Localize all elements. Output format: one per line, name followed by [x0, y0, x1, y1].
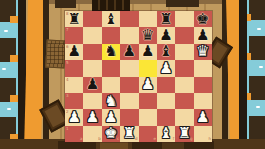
file-label-e: e	[153, 137, 155, 141]
square-c8[interactable]: ♝	[102, 11, 120, 27]
square-f8[interactable]: ♜	[157, 11, 175, 27]
square-h8[interactable]: ♚	[194, 11, 212, 27]
square-b2[interactable]: ♟	[83, 109, 101, 125]
square-d4[interactable]	[120, 77, 138, 93]
square-d2[interactable]	[120, 109, 138, 125]
square-e4[interactable]: ♟	[139, 77, 157, 93]
cannon-port	[249, 116, 265, 140]
square-a6[interactable]: 6♟	[65, 44, 83, 60]
piece-black-bishop-f6: ♝	[159, 44, 172, 59]
square-f5[interactable]: ♟	[157, 60, 175, 76]
water-strip-right	[245, 0, 265, 149]
square-e6[interactable]: ♟	[139, 44, 157, 60]
bottom-block	[100, 141, 128, 149]
hull-strip-right	[239, 0, 247, 149]
square-f2[interactable]	[157, 109, 175, 125]
water-speck	[257, 28, 261, 30]
rank-label-1: 1	[66, 127, 69, 131]
piece-black-pawn-d6: ♟	[123, 44, 136, 59]
square-g4[interactable]	[175, 77, 193, 93]
chess-board: 8♜♝♜♚7♛♟♟6♟♞♟♟♝♛5♟4♟♟3♞2♟♟♟♟1abc♚d♜ef♝g♜…	[65, 11, 212, 142]
mast-left	[24, 0, 45, 149]
hatch-tab	[10, 95, 18, 102]
square-f4[interactable]	[157, 77, 175, 93]
square-h6[interactable]: ♛	[194, 44, 212, 60]
file-label-h: h	[208, 137, 211, 141]
square-b6[interactable]	[83, 44, 101, 60]
square-c5[interactable]	[102, 60, 120, 76]
square-e3[interactable]	[139, 93, 157, 109]
hatch-tab	[10, 16, 18, 23]
rank-label-3: 3	[66, 94, 69, 98]
rank-label-2: 2	[66, 110, 69, 114]
cannon-port	[249, 76, 265, 100]
rank-label-4: 4	[66, 78, 69, 82]
square-g5[interactable]	[175, 60, 193, 76]
square-e8[interactable]	[139, 11, 157, 27]
piece-black-knight-c6: ♞	[104, 44, 117, 59]
square-e7[interactable]: ♛	[139, 27, 157, 43]
square-h3[interactable]	[194, 93, 212, 109]
square-b8[interactable]	[83, 11, 101, 27]
square-d7[interactable]	[120, 27, 138, 43]
barred-window	[92, 0, 130, 11]
square-e2[interactable]	[139, 109, 157, 125]
beam-block	[55, 0, 76, 8]
piece-white-knight-c3: ♞	[104, 94, 117, 109]
piece-black-rook-f8: ♜	[159, 12, 172, 27]
piece-black-pawn-h7: ♟	[196, 28, 209, 43]
bottom-block	[184, 141, 214, 149]
piece-black-pawn-e6: ♟	[141, 44, 154, 59]
square-d1[interactable]: d♜	[120, 126, 138, 142]
piece-white-pawn-b2: ♟	[86, 110, 99, 125]
square-e1[interactable]: e	[139, 126, 157, 142]
square-f3[interactable]	[157, 93, 175, 109]
square-c6[interactable]: ♞	[102, 44, 120, 60]
piece-black-queen-e7: ♛	[141, 28, 154, 43]
water-speck	[2, 68, 6, 70]
square-c2[interactable]: ♟	[102, 109, 120, 125]
piece-black-pawn-b4: ♟	[86, 77, 99, 92]
square-f7[interactable]: ♟	[157, 27, 175, 43]
piece-black-pawn-f7: ♟	[159, 28, 172, 43]
rank-label-8: 8	[66, 12, 69, 16]
square-h1[interactable]: h	[194, 126, 212, 142]
square-g6[interactable]	[175, 44, 193, 60]
square-g3[interactable]	[175, 93, 193, 109]
square-g8[interactable]	[175, 11, 193, 27]
file-label-f: f	[173, 137, 174, 141]
square-c7[interactable]	[102, 27, 120, 43]
square-b3[interactable]	[83, 93, 101, 109]
square-f1[interactable]: f♝	[157, 126, 175, 142]
water-speck	[256, 106, 260, 108]
bottom-block	[132, 141, 162, 149]
square-h5[interactable]	[194, 60, 212, 76]
water-speck	[7, 108, 11, 110]
piece-white-pawn-a2: ♟	[67, 110, 80, 125]
square-h2[interactable]: ♟	[194, 109, 212, 125]
square-d8[interactable]	[120, 11, 138, 27]
piece-white-pawn-f5: ♟	[159, 61, 172, 76]
square-b1[interactable]: b	[83, 126, 101, 142]
square-e5[interactable]	[139, 60, 157, 76]
file-label-b: b	[98, 137, 101, 141]
square-g1[interactable]: g♜	[175, 126, 193, 142]
hatch-tab	[10, 55, 18, 62]
square-g2[interactable]	[175, 109, 193, 125]
square-a7[interactable]: 7	[65, 27, 83, 43]
game-scene: 8♜♝♜♚7♛♟♟6♟♞♟♟♝♛5♟4♟♟3♞2♟♟♟♟1abc♚d♜ef♝g♜…	[0, 0, 265, 149]
square-g7[interactable]	[175, 27, 193, 43]
piece-black-pawn-a6: ♟	[67, 44, 80, 59]
square-d3[interactable]	[120, 93, 138, 109]
square-d5[interactable]	[120, 60, 138, 76]
square-b5[interactable]	[83, 60, 101, 76]
square-a3[interactable]: 3	[65, 93, 83, 109]
square-h4[interactable]	[194, 77, 212, 93]
square-f6[interactable]: ♝	[157, 44, 175, 60]
square-b7[interactable]	[83, 27, 101, 43]
piece-white-queen-h6: ♛	[196, 44, 209, 59]
square-a8[interactable]: 8♜	[65, 11, 83, 27]
square-c1[interactable]: c♚	[102, 126, 120, 142]
square-d6[interactable]: ♟	[120, 44, 138, 60]
square-a5[interactable]: 5	[65, 60, 83, 76]
square-a4[interactable]: 4	[65, 77, 83, 93]
file-label-d: d	[135, 137, 138, 141]
bottom-block	[58, 141, 96, 149]
water-speck	[259, 66, 263, 68]
cannon-port	[249, 0, 265, 20]
piece-black-king-h8: ♚	[196, 12, 209, 27]
beam-block	[166, 0, 199, 7]
rank-label-6: 6	[66, 45, 69, 49]
rank-label-5: 5	[66, 61, 69, 65]
cannon-port	[249, 36, 265, 60]
square-a1[interactable]: 1a	[65, 126, 83, 142]
rank-label-7: 7	[66, 28, 69, 32]
piece-black-bishop-c8: ♝	[104, 12, 117, 27]
water-strip-left	[0, 0, 20, 149]
crate-prop	[45, 40, 65, 69]
square-c4[interactable]	[102, 77, 120, 93]
file-label-a: a	[80, 137, 82, 141]
square-a2[interactable]: 2♟	[65, 109, 83, 125]
piece-white-pawn-e4: ♟	[141, 77, 154, 92]
piece-white-pawn-c2: ♟	[104, 110, 117, 125]
frame-inner	[45, 105, 66, 127]
square-c3[interactable]: ♞	[102, 93, 120, 109]
piece-white-bishop-f1: ♝	[159, 126, 172, 141]
piece-white-king-c1: ♚	[104, 126, 117, 141]
square-h7[interactable]: ♟	[194, 27, 212, 43]
piece-black-rook-a8: ♜	[67, 12, 80, 27]
square-b4[interactable]: ♟	[83, 77, 101, 93]
file-label-c: c	[117, 137, 119, 141]
water-speck	[4, 30, 8, 32]
file-label-g: g	[190, 137, 193, 141]
piece-white-pawn-h2: ♟	[196, 110, 209, 125]
